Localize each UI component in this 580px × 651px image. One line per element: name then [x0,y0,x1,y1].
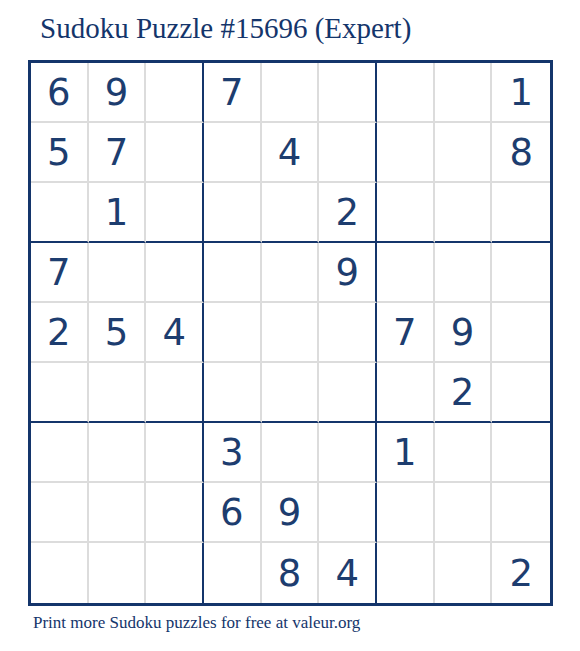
sudoku-cell-r9c1[interactable] [31,543,89,603]
sudoku-cell-r5c8[interactable]: 9 [435,303,493,363]
sudoku-cell-r7c9[interactable] [492,423,550,483]
sudoku-cell-r2c3[interactable] [146,123,204,183]
sudoku-cell-r4c1[interactable]: 7 [31,243,89,303]
sudoku-cell-r9c9[interactable]: 2 [492,543,550,603]
sudoku-cell-r6c5[interactable] [262,363,320,423]
sudoku-cell-r1c4[interactable]: 7 [204,63,262,123]
sudoku-cell-r8c5[interactable]: 9 [262,483,320,543]
sudoku-cell-r6c9[interactable] [492,363,550,423]
sudoku-cell-r2c9[interactable]: 8 [492,123,550,183]
sudoku-cell-r7c6[interactable] [319,423,377,483]
sudoku-cell-r5c7[interactable]: 7 [377,303,435,363]
sudoku-cell-r5c2[interactable]: 5 [89,303,147,363]
sudoku-cell-r7c8[interactable] [435,423,493,483]
sudoku-cell-r6c1[interactable] [31,363,89,423]
sudoku-cell-r9c8[interactable] [435,543,493,603]
sudoku-cell-r2c2[interactable]: 7 [89,123,147,183]
sudoku-cell-r2c6[interactable] [319,123,377,183]
sudoku-cell-r9c7[interactable] [377,543,435,603]
page-title: Sudoku Puzzle #15696 (Expert) [40,12,411,45]
footer-text: Print more Sudoku puzzles for free at va… [33,613,360,633]
sudoku-cell-r8c1[interactable] [31,483,89,543]
sudoku-cell-r4c9[interactable] [492,243,550,303]
sudoku-cell-r3c5[interactable] [262,183,320,243]
sudoku-cell-r1c8[interactable] [435,63,493,123]
sudoku-cell-r6c4[interactable] [204,363,262,423]
sudoku-cell-r3c9[interactable] [492,183,550,243]
sudoku-cell-r2c7[interactable] [377,123,435,183]
sudoku-cell-r1c2[interactable]: 9 [89,63,147,123]
sudoku-cell-r2c1[interactable]: 5 [31,123,89,183]
sudoku-cell-r8c4[interactable]: 6 [204,483,262,543]
sudoku-cell-r7c1[interactable] [31,423,89,483]
sudoku-cell-r3c8[interactable] [435,183,493,243]
sudoku-cell-r5c3[interactable]: 4 [146,303,204,363]
sudoku-cell-r1c6[interactable] [319,63,377,123]
sudoku-cell-r2c8[interactable] [435,123,493,183]
sudoku-cell-r1c7[interactable] [377,63,435,123]
sudoku-cell-r5c1[interactable]: 2 [31,303,89,363]
sudoku-cell-r2c5[interactable]: 4 [262,123,320,183]
sudoku-cell-r7c5[interactable] [262,423,320,483]
sudoku-cell-r8c9[interactable] [492,483,550,543]
sudoku-cell-r3c7[interactable] [377,183,435,243]
sudoku-cell-r1c1[interactable]: 6 [31,63,89,123]
sudoku-cell-r4c7[interactable] [377,243,435,303]
sudoku-cell-r7c4[interactable]: 3 [204,423,262,483]
sudoku-cell-r8c3[interactable] [146,483,204,543]
sudoku-cell-r4c2[interactable] [89,243,147,303]
sudoku-cell-r3c4[interactable] [204,183,262,243]
sudoku-cell-r5c9[interactable] [492,303,550,363]
sudoku-cell-r9c6[interactable]: 4 [319,543,377,603]
sudoku-cell-r9c3[interactable] [146,543,204,603]
sudoku-cell-r6c6[interactable] [319,363,377,423]
sudoku-cell-r4c3[interactable] [146,243,204,303]
sudoku-cell-r8c2[interactable] [89,483,147,543]
sudoku-cell-r6c7[interactable] [377,363,435,423]
sudoku-cell-r6c2[interactable] [89,363,147,423]
sudoku-cell-r4c6[interactable]: 9 [319,243,377,303]
sudoku-grid: 6971574812792547923169842 [28,60,553,606]
sudoku-cell-r4c8[interactable] [435,243,493,303]
sudoku-cell-r4c4[interactable] [204,243,262,303]
sudoku-cell-r7c7[interactable]: 1 [377,423,435,483]
sudoku-cell-r5c4[interactable] [204,303,262,363]
sudoku-cell-r9c4[interactable] [204,543,262,603]
sudoku-cell-r3c6[interactable]: 2 [319,183,377,243]
sudoku-cell-r5c5[interactable] [262,303,320,363]
sudoku-cell-r6c8[interactable]: 2 [435,363,493,423]
sudoku-cell-r1c9[interactable]: 1 [492,63,550,123]
sudoku-cell-r7c2[interactable] [89,423,147,483]
sudoku-cell-r3c2[interactable]: 1 [89,183,147,243]
sudoku-cell-r8c7[interactable] [377,483,435,543]
sudoku-cell-r3c1[interactable] [31,183,89,243]
sudoku-cell-r1c3[interactable] [146,63,204,123]
sudoku-cell-r6c3[interactable] [146,363,204,423]
sudoku-cell-r8c6[interactable] [319,483,377,543]
sudoku-cell-r9c2[interactable] [89,543,147,603]
sudoku-cell-r8c8[interactable] [435,483,493,543]
sudoku-cell-r5c6[interactable] [319,303,377,363]
sudoku-cell-r3c3[interactable] [146,183,204,243]
sudoku-cell-r2c4[interactable] [204,123,262,183]
sudoku-cell-r1c5[interactable] [262,63,320,123]
sudoku-cell-r9c5[interactable]: 8 [262,543,320,603]
sudoku-cell-r7c3[interactable] [146,423,204,483]
sudoku-cell-r4c5[interactable] [262,243,320,303]
